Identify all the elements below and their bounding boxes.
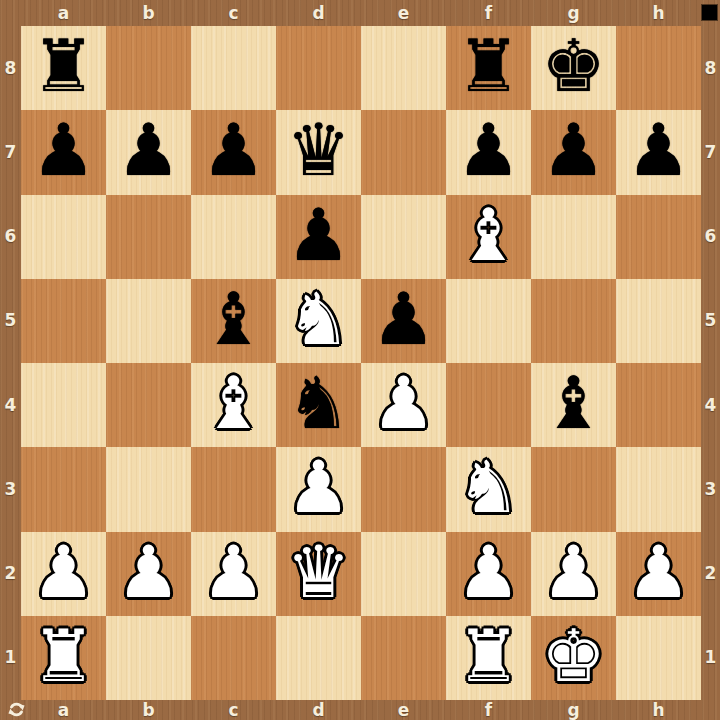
flip-board-button[interactable]	[4, 699, 28, 720]
square-c3[interactable]	[191, 447, 276, 531]
file-label-bottom-h: h	[616, 700, 701, 720]
piece-black-pawn-f7[interactable]: ♟	[456, 114, 521, 186]
side-to-move-indicator	[702, 5, 717, 20]
piece-black-pawn-a7[interactable]: ♟	[31, 114, 96, 186]
square-d8[interactable]	[276, 26, 361, 110]
piece-white-rook-a1[interactable]: ♜	[31, 620, 96, 692]
square-h5[interactable]	[616, 279, 701, 363]
file-label-top-d: d	[276, 0, 361, 26]
file-label-top-f: f	[446, 0, 531, 26]
square-a3[interactable]	[21, 447, 106, 531]
rank-label-right-7: 7	[701, 110, 720, 194]
square-h8[interactable]	[616, 26, 701, 110]
rank-label-left-1: 1	[0, 616, 21, 700]
corner-bottom-left	[0, 700, 21, 720]
square-f5[interactable]	[446, 279, 531, 363]
square-a1[interactable]: ♜	[21, 616, 106, 700]
piece-black-king-g8[interactable]: ♚	[541, 30, 606, 102]
square-a2[interactable]: ♟	[21, 532, 106, 616]
piece-white-pawn-c2[interactable]: ♟	[201, 536, 266, 608]
square-d3[interactable]: ♟	[276, 447, 361, 531]
piece-black-pawn-b7[interactable]: ♟	[116, 114, 181, 186]
piece-white-pawn-e4[interactable]: ♟	[371, 367, 436, 439]
file-label-top-g: g	[531, 0, 616, 26]
square-b7[interactable]: ♟	[106, 110, 191, 194]
square-e3[interactable]	[361, 447, 446, 531]
square-b6[interactable]	[106, 195, 191, 279]
square-d6[interactable]: ♟	[276, 195, 361, 279]
square-a4[interactable]	[21, 363, 106, 447]
rank-label-left-5: 5	[0, 279, 21, 363]
corner-top-right	[701, 0, 720, 26]
piece-white-pawn-f2[interactable]: ♟	[456, 536, 521, 608]
piece-black-pawn-c7[interactable]: ♟	[201, 114, 266, 186]
rank-label-right-8: 8	[701, 26, 720, 110]
corner-top-left	[0, 0, 21, 26]
square-a8[interactable]: ♜	[21, 26, 106, 110]
piece-black-queen-d7[interactable]: ♛	[286, 114, 351, 186]
rank-label-right-6: 6	[701, 195, 720, 279]
piece-white-king-g1[interactable]: ♚	[541, 620, 606, 692]
piece-black-bishop-c5[interactable]: ♝	[201, 283, 266, 355]
circular-arrows-icon	[5, 699, 28, 720]
rank-label-left-8: 8	[0, 26, 21, 110]
piece-black-bishop-g4[interactable]: ♝	[541, 367, 606, 439]
piece-black-rook-a8[interactable]: ♜	[31, 30, 96, 102]
chess-board: abcdefgh8♜♜♚87♟♟♟♛♟♟♟76♟♝65♝♞♟54♝♞♟♝43♟♞…	[0, 0, 720, 720]
rank-label-left-7: 7	[0, 110, 21, 194]
square-g1[interactable]: ♚	[531, 616, 616, 700]
square-h1[interactable]	[616, 616, 701, 700]
square-e1[interactable]	[361, 616, 446, 700]
rank-label-left-3: 3	[0, 447, 21, 531]
piece-white-knight-f3[interactable]: ♞	[456, 451, 521, 523]
piece-black-pawn-d6[interactable]: ♟	[286, 199, 351, 271]
square-b4[interactable]	[106, 363, 191, 447]
file-label-top-b: b	[106, 0, 191, 26]
square-c6[interactable]	[191, 195, 276, 279]
piece-white-knight-d5[interactable]: ♞	[286, 283, 351, 355]
rank-label-right-2: 2	[701, 532, 720, 616]
square-g2[interactable]: ♟	[531, 532, 616, 616]
square-e2[interactable]	[361, 532, 446, 616]
file-label-top-h: h	[616, 0, 701, 26]
square-b8[interactable]	[106, 26, 191, 110]
file-label-bottom-e: e	[361, 700, 446, 720]
file-label-bottom-a: a	[21, 700, 106, 720]
square-h3[interactable]	[616, 447, 701, 531]
rank-label-left-4: 4	[0, 363, 21, 447]
square-c1[interactable]	[191, 616, 276, 700]
rank-label-right-3: 3	[701, 447, 720, 531]
square-d7[interactable]: ♛	[276, 110, 361, 194]
square-f8[interactable]: ♜	[446, 26, 531, 110]
piece-white-queen-d2[interactable]: ♛	[286, 536, 351, 608]
file-label-bottom-g: g	[531, 700, 616, 720]
piece-black-pawn-g7[interactable]: ♟	[541, 114, 606, 186]
rank-label-right-1: 1	[701, 616, 720, 700]
square-e8[interactable]	[361, 26, 446, 110]
square-e7[interactable]	[361, 110, 446, 194]
square-f6[interactable]: ♝	[446, 195, 531, 279]
piece-white-pawn-h2[interactable]: ♟	[626, 536, 691, 608]
square-c2[interactable]: ♟	[191, 532, 276, 616]
square-f7[interactable]: ♟	[446, 110, 531, 194]
square-g5[interactable]	[531, 279, 616, 363]
square-b3[interactable]	[106, 447, 191, 531]
file-label-bottom-b: b	[106, 700, 191, 720]
corner-bottom-right	[701, 700, 720, 720]
square-g7[interactable]: ♟	[531, 110, 616, 194]
square-f1[interactable]: ♜	[446, 616, 531, 700]
square-c8[interactable]	[191, 26, 276, 110]
piece-white-pawn-g2[interactable]: ♟	[541, 536, 606, 608]
file-label-top-e: e	[361, 0, 446, 26]
square-a6[interactable]	[21, 195, 106, 279]
file-label-bottom-f: f	[446, 700, 531, 720]
square-g6[interactable]	[531, 195, 616, 279]
square-f3[interactable]: ♞	[446, 447, 531, 531]
square-c7[interactable]: ♟	[191, 110, 276, 194]
square-e6[interactable]	[361, 195, 446, 279]
square-h4[interactable]	[616, 363, 701, 447]
square-g4[interactable]: ♝	[531, 363, 616, 447]
piece-black-rook-f8[interactable]: ♜	[456, 30, 521, 102]
square-d4[interactable]: ♞	[276, 363, 361, 447]
square-c5[interactable]: ♝	[191, 279, 276, 363]
square-b1[interactable]	[106, 616, 191, 700]
square-g8[interactable]: ♚	[531, 26, 616, 110]
square-f2[interactable]: ♟	[446, 532, 531, 616]
rank-label-left-6: 6	[0, 195, 21, 279]
piece-white-pawn-d3[interactable]: ♟	[286, 451, 351, 523]
piece-white-pawn-a2[interactable]: ♟	[31, 536, 96, 608]
file-label-top-c: c	[191, 0, 276, 26]
square-c4[interactable]: ♝	[191, 363, 276, 447]
square-h7[interactable]: ♟	[616, 110, 701, 194]
square-e4[interactable]: ♟	[361, 363, 446, 447]
square-b2[interactable]: ♟	[106, 532, 191, 616]
square-d5[interactable]: ♞	[276, 279, 361, 363]
file-label-top-a: a	[21, 0, 106, 26]
square-f4[interactable]	[446, 363, 531, 447]
square-h2[interactable]: ♟	[616, 532, 701, 616]
square-a7[interactable]: ♟	[21, 110, 106, 194]
square-h6[interactable]	[616, 195, 701, 279]
piece-white-pawn-b2[interactable]: ♟	[116, 536, 181, 608]
square-d2[interactable]: ♛	[276, 532, 361, 616]
piece-white-rook-f1[interactable]: ♜	[456, 620, 521, 692]
square-d1[interactable]	[276, 616, 361, 700]
square-g3[interactable]	[531, 447, 616, 531]
piece-white-bishop-c4[interactable]: ♝	[201, 367, 266, 439]
piece-white-bishop-f6[interactable]: ♝	[456, 199, 521, 271]
piece-black-pawn-h7[interactable]: ♟	[626, 114, 691, 186]
file-label-bottom-c: c	[191, 700, 276, 720]
piece-black-pawn-e5[interactable]: ♟	[371, 283, 436, 355]
square-b5[interactable]	[106, 279, 191, 363]
square-e5[interactable]: ♟	[361, 279, 446, 363]
square-a5[interactable]	[21, 279, 106, 363]
piece-black-knight-d4[interactable]: ♞	[286, 367, 351, 439]
rank-label-right-4: 4	[701, 363, 720, 447]
rank-label-right-5: 5	[701, 279, 720, 363]
rank-label-left-2: 2	[0, 532, 21, 616]
file-label-bottom-d: d	[276, 700, 361, 720]
